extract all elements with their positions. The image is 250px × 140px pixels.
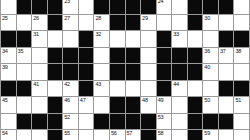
clue-number-59: 59 bbox=[204, 130, 210, 136]
white-cell-r1c4[interactable]: 27 bbox=[63, 15, 78, 31]
white-cell-r4c9[interactable] bbox=[141, 64, 156, 80]
white-cell-r5c4[interactable]: 42 bbox=[63, 81, 78, 97]
black-cell-r2c0 bbox=[1, 31, 16, 47]
white-cell-r2c11[interactable]: 33 bbox=[172, 31, 187, 47]
white-cell-r1c1[interactable] bbox=[17, 15, 32, 31]
white-cell-r2c4[interactable] bbox=[63, 31, 78, 47]
white-cell-r0c11[interactable] bbox=[172, 0, 187, 14]
white-cell-r3c0[interactable]: 34 bbox=[1, 48, 16, 64]
black-cell-r2c10 bbox=[157, 31, 172, 47]
clue-number-50: 50 bbox=[204, 97, 210, 103]
clue-number-38: 38 bbox=[235, 48, 241, 54]
black-cell-r5c10 bbox=[157, 81, 172, 97]
clue-number-47: 47 bbox=[80, 97, 86, 103]
clue-number-45: 45 bbox=[2, 97, 8, 103]
white-cell-r6c14[interactable] bbox=[219, 97, 234, 113]
white-cell-r6c9[interactable]: 48 bbox=[141, 97, 156, 113]
clue-number-25: 25 bbox=[2, 15, 8, 21]
white-cell-r8c14[interactable] bbox=[219, 130, 234, 140]
black-cell-r3c8 bbox=[126, 48, 141, 64]
white-cell-r0c5[interactable] bbox=[79, 0, 94, 14]
white-cell-r3c2[interactable] bbox=[32, 48, 47, 64]
black-cell-r0c1 bbox=[17, 0, 32, 14]
white-cell-r8c11[interactable] bbox=[172, 130, 187, 140]
clue-number-30: 30 bbox=[204, 15, 210, 21]
black-cell-r7c14 bbox=[219, 114, 234, 130]
white-cell-r5c11[interactable]: 44 bbox=[172, 81, 187, 97]
white-cell-r5c2[interactable]: 41 bbox=[32, 81, 47, 97]
black-cell-r2c14 bbox=[219, 31, 234, 47]
white-cell-r8c7[interactable]: 56 bbox=[110, 130, 125, 140]
clue-number-23: 23 bbox=[64, 0, 70, 4]
white-cell-r4c13[interactable]: 40 bbox=[203, 64, 218, 80]
clue-number-57: 57 bbox=[127, 130, 133, 136]
white-cell-r6c13[interactable]: 50 bbox=[203, 97, 218, 113]
clue-number-24: 24 bbox=[158, 0, 164, 4]
white-cell-r2c2[interactable]: 31 bbox=[32, 31, 47, 47]
black-cell-r6c7 bbox=[110, 97, 125, 113]
white-cell-r2c8[interactable] bbox=[126, 31, 141, 47]
black-cell-r6c3 bbox=[48, 97, 63, 113]
white-cell-r4c14[interactable] bbox=[219, 64, 234, 80]
white-cell-r8c8[interactable]: 57 bbox=[126, 130, 141, 140]
black-cell-r3c7 bbox=[110, 48, 125, 64]
white-cell-r1c10[interactable] bbox=[157, 15, 172, 31]
white-cell-r7c11[interactable] bbox=[172, 114, 187, 130]
black-cell-r0c3 bbox=[48, 0, 63, 14]
clue-number-41: 41 bbox=[33, 81, 39, 87]
white-cell-r5c8[interactable] bbox=[126, 81, 141, 97]
white-cell-r7c15[interactable] bbox=[234, 114, 249, 130]
black-cell-r2c15 bbox=[234, 31, 249, 47]
black-cell-r5c0 bbox=[1, 81, 16, 97]
black-cell-r4c4 bbox=[63, 64, 78, 80]
white-cell-r1c2[interactable]: 26 bbox=[32, 15, 47, 31]
black-cell-r3c3 bbox=[48, 48, 63, 64]
clue-number-37: 37 bbox=[220, 48, 226, 54]
clue-number-53: 53 bbox=[158, 114, 164, 120]
white-cell-r4c2[interactable] bbox=[32, 64, 47, 80]
black-cell-r8c12 bbox=[188, 130, 203, 140]
white-cell-r0c4[interactable]: 23 bbox=[63, 0, 78, 14]
white-cell-r6c15[interactable]: 51 bbox=[234, 97, 249, 113]
clue-number-31: 31 bbox=[33, 31, 39, 37]
black-cell-r0c8 bbox=[126, 0, 141, 14]
white-cell-r3c6[interactable] bbox=[94, 48, 109, 64]
white-cell-r8c6[interactable] bbox=[94, 130, 109, 140]
white-cell-r7c10[interactable]: 53 bbox=[157, 114, 172, 130]
white-cell-r2c7[interactable] bbox=[110, 31, 125, 47]
white-cell-r5c7[interactable] bbox=[110, 81, 125, 97]
white-cell-r6c2[interactable] bbox=[32, 97, 47, 113]
black-cell-r6c12 bbox=[188, 97, 203, 113]
clue-number-46: 46 bbox=[64, 97, 70, 103]
white-cell-r2c9[interactable] bbox=[141, 31, 156, 47]
clue-number-40: 40 bbox=[204, 64, 210, 70]
white-cell-r2c6[interactable]: 32 bbox=[94, 31, 109, 47]
black-cell-r0c13 bbox=[203, 0, 218, 14]
black-cell-r3c11 bbox=[172, 48, 187, 64]
white-cell-r3c14[interactable]: 37 bbox=[219, 48, 234, 64]
white-cell-r1c13[interactable]: 30 bbox=[203, 15, 218, 31]
crossword-screenshot: 2324252627282930313233343536373839404142… bbox=[0, 0, 250, 140]
white-cell-r6c6[interactable] bbox=[94, 97, 109, 113]
clue-number-39: 39 bbox=[2, 64, 8, 70]
black-cell-r5c5 bbox=[79, 81, 94, 97]
white-cell-r2c3[interactable] bbox=[48, 31, 63, 47]
white-cell-r6c1[interactable] bbox=[17, 97, 32, 113]
black-cell-r2c5 bbox=[79, 31, 94, 47]
white-cell-r0c15[interactable] bbox=[234, 0, 249, 14]
white-cell-r8c4[interactable]: 55 bbox=[63, 130, 78, 140]
black-cell-r3c4 bbox=[63, 48, 78, 64]
white-cell-r6c10[interactable]: 49 bbox=[157, 97, 172, 113]
white-cell-r2c13[interactable] bbox=[203, 31, 218, 47]
white-cell-r6c5[interactable]: 47 bbox=[79, 97, 94, 113]
black-cell-r7c8 bbox=[126, 114, 141, 130]
black-cell-r3c12 bbox=[188, 48, 203, 64]
white-cell-r1c5[interactable] bbox=[79, 15, 94, 31]
white-cell-r1c14[interactable] bbox=[219, 15, 234, 31]
clue-number-32: 32 bbox=[95, 31, 101, 37]
black-cell-r4c12 bbox=[188, 64, 203, 80]
clue-number-35: 35 bbox=[18, 48, 24, 54]
clue-number-58: 58 bbox=[158, 130, 164, 136]
black-cell-r8c3 bbox=[48, 130, 63, 140]
white-cell-r1c15[interactable] bbox=[234, 15, 249, 31]
black-cell-r7c3 bbox=[48, 114, 63, 130]
black-cell-r7c2 bbox=[32, 114, 47, 130]
black-cell-r3c10 bbox=[157, 48, 172, 64]
black-cell-r4c8 bbox=[126, 64, 141, 80]
clue-number-28: 28 bbox=[95, 15, 101, 21]
crossword-board: 2324252627282930313233343536373839404142… bbox=[0, 0, 250, 140]
black-cell-r0c6 bbox=[94, 0, 109, 14]
clue-number-54: 54 bbox=[2, 130, 8, 136]
black-cell-r4c3 bbox=[48, 64, 63, 80]
white-cell-r3c15[interactable]: 38 bbox=[234, 48, 249, 64]
black-cell-r7c13 bbox=[203, 114, 218, 130]
black-cell-r0c7 bbox=[110, 0, 125, 14]
black-cell-r4c11 bbox=[172, 64, 187, 80]
black-cell-r7c9 bbox=[141, 114, 156, 130]
white-cell-r7c5[interactable] bbox=[79, 114, 94, 130]
white-cell-r2c12[interactable] bbox=[188, 31, 203, 47]
white-cell-r1c11[interactable] bbox=[172, 15, 187, 31]
black-cell-r4c5 bbox=[79, 64, 94, 80]
white-cell-r8c15[interactable] bbox=[234, 130, 249, 140]
white-cell-r6c0[interactable]: 45 bbox=[1, 97, 16, 113]
black-cell-r5c15 bbox=[234, 81, 249, 97]
black-cell-r4c10 bbox=[157, 64, 172, 80]
clue-number-56: 56 bbox=[111, 130, 117, 136]
white-cell-r0c10[interactable]: 24 bbox=[157, 0, 172, 14]
black-cell-r3c5 bbox=[79, 48, 94, 64]
clue-number-43: 43 bbox=[95, 81, 101, 87]
clue-number-44: 44 bbox=[173, 81, 179, 87]
clue-number-36: 36 bbox=[204, 48, 210, 54]
black-cell-r5c1 bbox=[17, 81, 32, 97]
clue-number-34: 34 bbox=[2, 48, 8, 54]
white-cell-r8c1[interactable] bbox=[17, 130, 32, 140]
clue-number-26: 26 bbox=[33, 15, 39, 21]
white-cell-r8c2[interactable] bbox=[32, 130, 47, 140]
clue-number-48: 48 bbox=[142, 97, 148, 103]
black-cell-r7c1 bbox=[17, 114, 32, 130]
white-cell-r8c0[interactable]: 54 bbox=[1, 130, 16, 140]
black-cell-r8c9 bbox=[141, 130, 156, 140]
white-cell-r5c9[interactable] bbox=[141, 81, 156, 97]
white-cell-r6c4[interactable]: 46 bbox=[63, 97, 78, 113]
clue-number-33: 33 bbox=[173, 31, 179, 37]
black-cell-r1c12 bbox=[188, 15, 203, 31]
black-cell-r5c14 bbox=[219, 81, 234, 97]
clue-number-49: 49 bbox=[158, 97, 164, 103]
clue-number-42: 42 bbox=[64, 81, 70, 87]
white-cell-r4c1[interactable] bbox=[17, 64, 32, 80]
clue-number-55: 55 bbox=[64, 130, 70, 136]
white-cell-r4c0[interactable]: 39 bbox=[1, 64, 16, 80]
white-cell-r7c0[interactable] bbox=[1, 114, 16, 130]
black-cell-r7c12 bbox=[188, 114, 203, 130]
clue-number-51: 51 bbox=[235, 97, 241, 103]
white-cell-r8c5[interactable] bbox=[79, 130, 94, 140]
white-cell-r1c9[interactable]: 29 bbox=[141, 15, 156, 31]
clue-number-52: 52 bbox=[64, 114, 70, 120]
white-cell-r3c9[interactable] bbox=[141, 48, 156, 64]
clue-number-29: 29 bbox=[142, 15, 148, 21]
black-cell-r0c9 bbox=[141, 0, 156, 14]
white-cell-r1c0[interactable]: 25 bbox=[1, 15, 16, 31]
clue-number-27: 27 bbox=[64, 15, 70, 21]
white-cell-r3c13[interactable]: 36 bbox=[203, 48, 218, 64]
black-cell-r7c7 bbox=[110, 114, 125, 130]
black-cell-r0c2 bbox=[32, 0, 47, 14]
white-cell-r1c6[interactable]: 28 bbox=[94, 15, 109, 31]
white-cell-r0c0[interactable] bbox=[1, 0, 16, 14]
white-cell-r8c10[interactable]: 58 bbox=[157, 130, 172, 140]
white-cell-r4c15[interactable] bbox=[234, 64, 249, 80]
black-cell-r6c8 bbox=[126, 97, 141, 113]
white-cell-r4c6[interactable] bbox=[94, 64, 109, 80]
black-cell-r0c14 bbox=[219, 0, 234, 14]
white-cell-r5c12[interactable] bbox=[188, 81, 203, 97]
black-cell-r7c6 bbox=[94, 114, 109, 130]
black-cell-r2c1 bbox=[17, 31, 32, 47]
black-cell-r4c7 bbox=[110, 64, 125, 80]
black-cell-r1c8 bbox=[126, 15, 141, 31]
black-cell-r1c7 bbox=[110, 15, 125, 31]
black-cell-r0c12 bbox=[188, 0, 203, 14]
white-cell-r6c11[interactable] bbox=[172, 97, 187, 113]
white-cell-r5c3[interactable] bbox=[48, 81, 63, 97]
white-cell-r5c6[interactable]: 43 bbox=[94, 81, 109, 97]
white-cell-r5c13[interactable] bbox=[203, 81, 218, 97]
white-cell-r7c4[interactable]: 52 bbox=[63, 114, 78, 130]
white-cell-r3c1[interactable]: 35 bbox=[17, 48, 32, 64]
black-cell-r1c3 bbox=[48, 15, 63, 31]
white-cell-r8c13[interactable]: 59 bbox=[203, 130, 218, 140]
